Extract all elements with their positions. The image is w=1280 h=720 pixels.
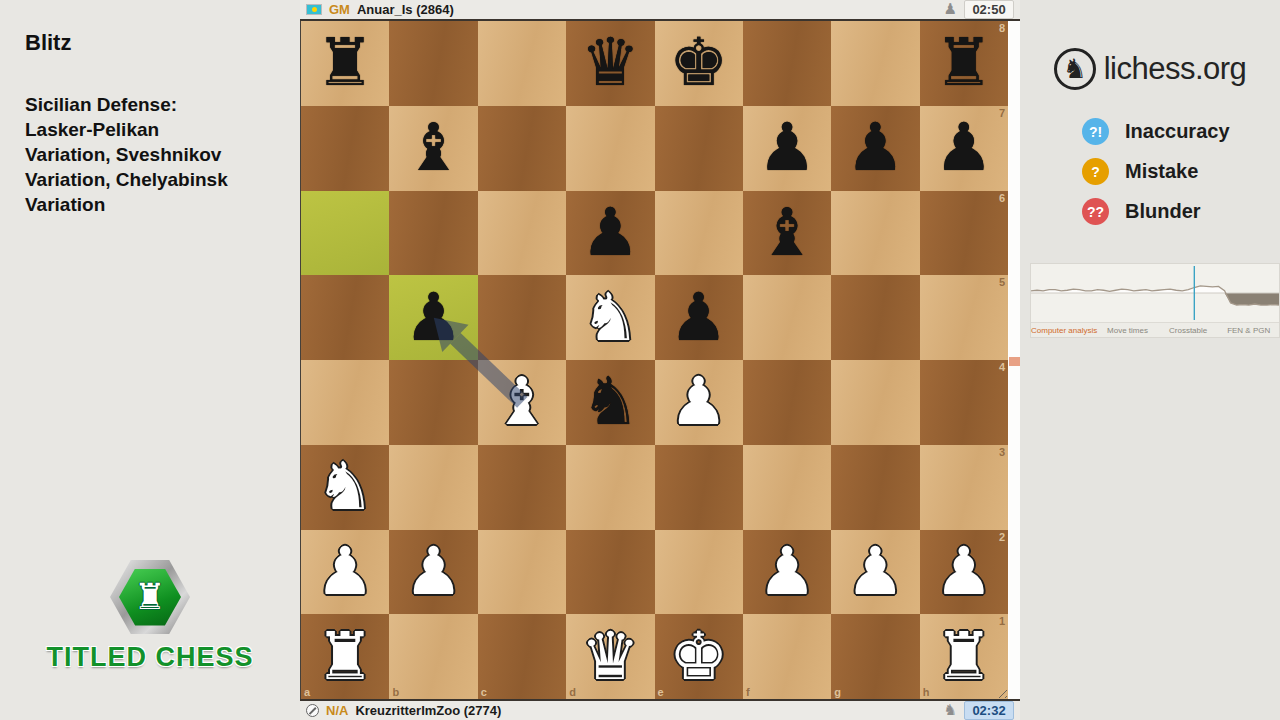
top-player-clock: 02:50 — [964, 0, 1014, 19]
square-f1[interactable]: f — [743, 614, 831, 699]
square-f3[interactable] — [743, 445, 831, 530]
player-title: N/A — [326, 703, 348, 718]
white-b-piece: ♝ — [492, 369, 551, 435]
white-k-piece: ♚ — [669, 624, 728, 690]
square-d8[interactable]: ♛ — [566, 21, 654, 106]
lichess-logo: ♞ lichess.org — [1020, 48, 1280, 90]
legend-inaccuracy: ?! Inaccuracy — [1082, 118, 1230, 145]
tab-crosstable[interactable]: Crosstable — [1158, 323, 1219, 337]
rank-label: 6 — [999, 192, 1005, 204]
square-e7[interactable] — [655, 106, 743, 191]
black-r-piece: ♜ — [934, 30, 993, 96]
square-d6[interactable]: ♟ — [566, 191, 654, 276]
black-n-piece: ♞ — [581, 369, 640, 435]
square-g3[interactable] — [831, 445, 919, 530]
file-label: b — [392, 686, 399, 698]
tab-move-times[interactable]: Move times — [1097, 323, 1158, 337]
file-label: e — [658, 686, 664, 698]
square-c1[interactable]: c — [478, 614, 566, 699]
rank-label: 8 — [999, 22, 1005, 34]
square-b7[interactable]: ♝ — [389, 106, 477, 191]
square-e1[interactable]: ♚e — [655, 614, 743, 699]
square-c7[interactable] — [478, 106, 566, 191]
kazakhstan-flag-icon — [306, 4, 322, 15]
mistake-icon: ? — [1082, 158, 1109, 185]
square-h5[interactable]: 5 — [920, 275, 1008, 360]
channel-name: TITLED CHESS — [0, 642, 300, 673]
square-e8[interactable]: ♚ — [655, 21, 743, 106]
file-label: c — [481, 686, 487, 698]
square-f5[interactable] — [743, 275, 831, 360]
square-g1[interactable]: g — [831, 614, 919, 699]
square-g7[interactable]: ♟ — [831, 106, 919, 191]
square-g6[interactable] — [831, 191, 919, 276]
square-f2[interactable]: ♟ — [743, 530, 831, 615]
white-p-piece: ♟ — [757, 539, 816, 605]
anonymous-icon — [306, 704, 319, 717]
square-h4[interactable]: 4 — [920, 360, 1008, 445]
inaccuracy-icon: ?! — [1082, 118, 1109, 145]
square-h8[interactable]: ♜8 — [920, 21, 1008, 106]
square-h7[interactable]: ♟7 — [920, 106, 1008, 191]
channel-logo: ♜ — [110, 560, 190, 634]
square-c6[interactable] — [478, 191, 566, 276]
white-n-piece: ♞ — [316, 454, 375, 520]
opening-name: Sicilian Defense: Lasker-Pelikan Variati… — [25, 92, 245, 217]
square-b3[interactable] — [389, 445, 477, 530]
square-c2[interactable] — [478, 530, 566, 615]
square-g8[interactable] — [831, 21, 919, 106]
square-a1[interactable]: ♜a — [301, 614, 389, 699]
rank-label: 4 — [999, 361, 1005, 373]
square-c4[interactable]: ♝ — [478, 360, 566, 445]
square-a4[interactable] — [301, 360, 389, 445]
file-label: g — [834, 686, 841, 698]
white-q-piece: ♛ — [581, 624, 640, 690]
file-label: h — [923, 686, 930, 698]
white-p-piece: ♟ — [404, 539, 463, 605]
scrollbar-marker — [1009, 357, 1020, 366]
square-e5[interactable]: ♟ — [655, 275, 743, 360]
square-b5[interactable]: ♟ — [389, 275, 477, 360]
pawn-icon: ♟ — [944, 2, 957, 17]
rook-icon: ♜ — [134, 579, 166, 615]
square-b1[interactable]: b — [389, 614, 477, 699]
board-scroll-strip[interactable] — [1009, 21, 1020, 699]
square-f8[interactable] — [743, 21, 831, 106]
square-e4[interactable]: ♟ — [655, 360, 743, 445]
square-d1[interactable]: ♛d — [566, 614, 654, 699]
square-a2[interactable]: ♟ — [301, 530, 389, 615]
square-g5[interactable] — [831, 275, 919, 360]
chess-board: ♜♛♚♜8♝♟♟♟7♟♝6♟♞♟5♝♞♟4♞3♟♟♟♟♟2♜abc♛d♚efg♜… — [300, 21, 1008, 699]
square-h3[interactable]: 3 — [920, 445, 1008, 530]
right-info-panel: ♞ lichess.org ?! Inaccuracy ? Mistake ??… — [1020, 0, 1280, 720]
knight-icon: ♞ — [944, 703, 957, 718]
bottom-player-name[interactable]: KreuzritterImZoo (2774) — [355, 703, 501, 718]
square-d3[interactable] — [566, 445, 654, 530]
file-label: a — [304, 686, 310, 698]
judgment-legend: ?! Inaccuracy ? Mistake ?? Blunder — [1082, 118, 1230, 225]
white-p-piece: ♟ — [316, 539, 375, 605]
black-p-piece: ♟ — [404, 285, 463, 351]
black-b-piece: ♝ — [404, 115, 463, 181]
board-grid: ♜♛♚♜8♝♟♟♟7♟♝6♟♞♟5♝♞♟4♞3♟♟♟♟♟2♜abc♛d♚efg♜… — [301, 21, 1008, 699]
lichess-knight-icon: ♞ — [1054, 48, 1096, 90]
game-type-label: Blitz — [25, 30, 71, 56]
black-p-piece: ♟ — [581, 200, 640, 266]
square-g4[interactable] — [831, 360, 919, 445]
rank-label: 7 — [999, 107, 1005, 119]
square-f7[interactable]: ♟ — [743, 106, 831, 191]
square-e2[interactable] — [655, 530, 743, 615]
square-h2[interactable]: ♟2 — [920, 530, 1008, 615]
white-r-piece: ♜ — [934, 624, 993, 690]
square-a7[interactable] — [301, 106, 389, 191]
analysis-tabs: Computer analysis Move times Crosstable … — [1031, 322, 1279, 337]
black-b-piece: ♝ — [757, 200, 816, 266]
channel-branding: ♜ TITLED CHESS — [0, 560, 300, 673]
rank-label: 1 — [999, 615, 1005, 627]
white-p-piece: ♟ — [934, 539, 993, 605]
rank-label: 5 — [999, 276, 1005, 288]
lichess-wordmark: lichess.org — [1104, 51, 1247, 87]
black-p-piece: ♟ — [846, 115, 905, 181]
legend-blunder: ?? Blunder — [1082, 198, 1230, 225]
advantage-chart[interactable]: Computer analysis Move times Crosstable … — [1030, 263, 1280, 338]
black-p-piece: ♟ — [934, 115, 993, 181]
black-p-piece: ♟ — [669, 285, 728, 351]
white-p-piece: ♟ — [669, 369, 728, 435]
square-d7[interactable] — [566, 106, 654, 191]
square-b2[interactable]: ♟ — [389, 530, 477, 615]
square-h1[interactable]: ♜h1 — [920, 614, 1008, 699]
channel-logo-inner: ♜ — [119, 569, 181, 626]
square-d5[interactable]: ♞ — [566, 275, 654, 360]
white-r-piece: ♜ — [316, 624, 375, 690]
bottom-player-bar: N/A KreuzritterImZoo (2774) ♞ 02:32 — [300, 699, 1020, 720]
square-d2[interactable] — [566, 530, 654, 615]
square-b8[interactable] — [389, 21, 477, 106]
square-f6[interactable]: ♝ — [743, 191, 831, 276]
tab-computer-analysis[interactable]: Computer analysis — [1031, 323, 1097, 337]
bottom-player-clock: 02:32 — [964, 701, 1014, 720]
black-k-piece: ♚ — [669, 30, 728, 96]
left-info-panel: Blitz Sicilian Defense: Lasker-Pelikan V… — [0, 0, 300, 720]
square-b4[interactable] — [389, 360, 477, 445]
white-n-piece: ♞ — [581, 285, 640, 351]
square-a5[interactable] — [301, 275, 389, 360]
square-a6[interactable] — [301, 191, 389, 276]
file-label: d — [569, 686, 576, 698]
square-d4[interactable]: ♞ — [566, 360, 654, 445]
blunder-icon: ?? — [1082, 198, 1109, 225]
square-a3[interactable]: ♞ — [301, 445, 389, 530]
square-g2[interactable]: ♟ — [831, 530, 919, 615]
square-c5[interactable] — [478, 275, 566, 360]
legend-mistake: ? Mistake — [1082, 158, 1230, 185]
square-a8[interactable]: ♜ — [301, 21, 389, 106]
lichess-board-area: GM Anuar_Is (2864) ♟ 02:50 ♜♛♚♜8♝♟♟♟7♟♝6… — [300, 0, 1020, 720]
top-player-bar: GM Anuar_Is (2864) ♟ 02:50 — [300, 0, 1020, 21]
white-p-piece: ♟ — [846, 539, 905, 605]
rank-label: 2 — [999, 531, 1005, 543]
square-c3[interactable] — [478, 445, 566, 530]
rank-label: 3 — [999, 446, 1005, 458]
black-r-piece: ♜ — [316, 30, 375, 96]
tab-fen-pgn[interactable]: FEN & PGN — [1218, 323, 1279, 337]
file-label: f — [746, 686, 750, 698]
player-title: GM — [329, 2, 350, 17]
square-h6[interactable]: 6 — [920, 191, 1008, 276]
square-e6[interactable] — [655, 191, 743, 276]
square-c8[interactable] — [478, 21, 566, 106]
square-f4[interactable] — [743, 360, 831, 445]
square-b6[interactable] — [389, 191, 477, 276]
black-q-piece: ♛ — [581, 30, 640, 96]
square-e3[interactable] — [655, 445, 743, 530]
black-p-piece: ♟ — [757, 115, 816, 181]
top-player-name[interactable]: Anuar_Is (2864) — [357, 2, 454, 17]
